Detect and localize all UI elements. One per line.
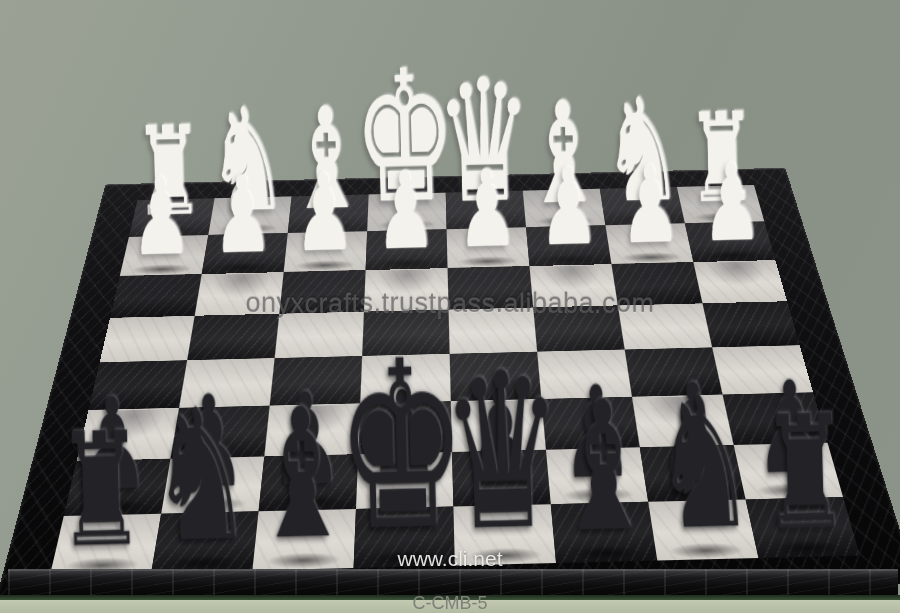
white-pawn: ♟ xyxy=(211,165,273,267)
white-pawn: ♟ xyxy=(537,157,599,259)
white-pawn: ♟ xyxy=(374,161,436,263)
white-pawn: ♟ xyxy=(700,153,762,255)
board-square: ♟ xyxy=(202,233,288,274)
board-square xyxy=(100,316,195,363)
board-grid: ♜♞♝♚♛♝♞♜♟♟♟♟♟♟♟♟♟♟♟♟♟♟♟♟♜♞♝♚♛♝♞♜ xyxy=(50,185,860,575)
board-square: ♟ xyxy=(366,229,448,270)
black-knight: ♞ xyxy=(148,389,254,564)
board-square: ♟ xyxy=(526,225,611,266)
watermark-onyxcrafts: onyxcrafts.trustpass.alibaba.com xyxy=(0,288,900,319)
board-square: ♟ xyxy=(605,223,693,264)
black-rook: ♜ xyxy=(55,415,146,566)
black-knight: ♞ xyxy=(651,376,757,551)
white-pawn: ♟ xyxy=(456,159,518,261)
board-frame: ♜♞♝♚♛♝♞♜♟♟♟♟♟♟♟♟♟♟♟♟♟♟♟♟♜♞♝♚♛♝♞♜ xyxy=(0,168,900,607)
black-rook: ♜ xyxy=(759,398,850,549)
product-code-label: C-CMB-5 xyxy=(0,593,900,613)
black-queen: ♛ xyxy=(439,348,565,556)
black-bishop: ♝ xyxy=(249,389,353,561)
board-square xyxy=(187,314,279,361)
chessboard: ♜♞♝♚♛♝♞♜♟♟♟♟♟♟♟♟♟♟♟♟♟♟♟♟♜♞♝♚♛♝♞♜ xyxy=(0,168,900,607)
board-square: ♟ xyxy=(685,221,775,262)
watermark-cli-net: www.cli.net xyxy=(0,547,900,571)
board-square: ♟ xyxy=(284,231,368,272)
white-pawn: ♟ xyxy=(619,155,681,257)
white-pawn: ♟ xyxy=(293,163,355,265)
white-pawn: ♟ xyxy=(130,167,192,269)
black-bishop: ♝ xyxy=(551,382,655,554)
product-photo: ♜♞♝♚♛♝♞♜♟♟♟♟♟♟♟♟♟♟♟♟♟♟♟♟♜♞♝♚♛♝♞♜ onyxcra… xyxy=(0,0,900,613)
board-square: ♟ xyxy=(447,227,530,268)
board-square: ♟ xyxy=(120,235,209,276)
